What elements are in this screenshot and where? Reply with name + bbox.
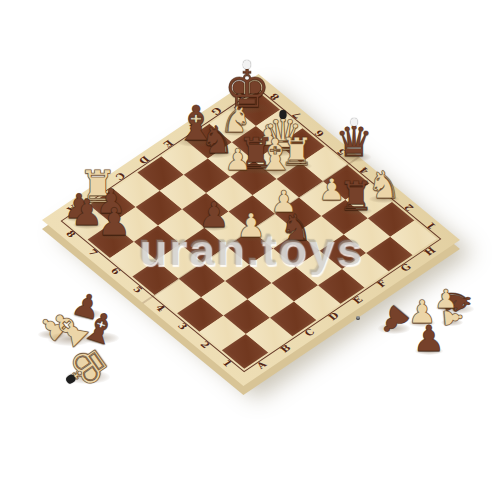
file-label-near-e: E xyxy=(351,295,365,306)
king-queen-finial xyxy=(65,374,76,385)
piece-white-king-offboard-left: ♚ xyxy=(54,333,122,402)
piece-white-pawn-offboard-left: ♟ xyxy=(29,305,74,350)
file-label-near-f: F xyxy=(375,278,389,289)
piece-shadow xyxy=(436,305,457,311)
piece-shadow xyxy=(415,347,444,355)
piece-shadow xyxy=(48,332,92,346)
piece-white-pawn-offboard-right: ♟ xyxy=(432,286,461,313)
product-photo: AABBCCDDEEFFGGHH8877665544332211 ♚♞♝♟♛♞♛… xyxy=(0,0,500,500)
file-label-near-c: C xyxy=(302,327,317,338)
piece-white-pawn-offboard-right: ♟ xyxy=(438,303,465,331)
piece-shadow xyxy=(72,309,102,319)
king-queen-finial xyxy=(243,60,251,70)
piece-shadow xyxy=(81,332,119,344)
piece-white-pawn-offboard-right: ♟ xyxy=(404,296,439,329)
piece-white-bishop-offboard-left: ♝ xyxy=(35,294,105,364)
piece-black-bishop-offboard-left: ♝ xyxy=(73,302,128,355)
piece-shadow xyxy=(66,370,110,384)
piece-shadow xyxy=(378,323,410,333)
piece-black-pawn-offboard-right: ♟ xyxy=(409,320,449,357)
piece-black-knight-offboard-right: ♞ xyxy=(434,277,480,325)
piece-shadow xyxy=(441,319,464,326)
piece-shadow xyxy=(440,304,474,315)
file-label-near-a: A xyxy=(254,359,268,370)
piece-black-pawn-offboard-left: ♟ xyxy=(66,286,109,327)
piece-shadow xyxy=(409,319,435,326)
piece-shadow xyxy=(38,330,67,339)
file-label-near-g: G xyxy=(398,262,413,273)
file-label-near-d: D xyxy=(326,310,341,321)
hinge-screw-icon xyxy=(356,316,360,320)
king-queen-finial xyxy=(351,118,358,126)
watermark-text: uran.toys xyxy=(138,222,363,276)
file-label-near-b: B xyxy=(278,343,293,354)
